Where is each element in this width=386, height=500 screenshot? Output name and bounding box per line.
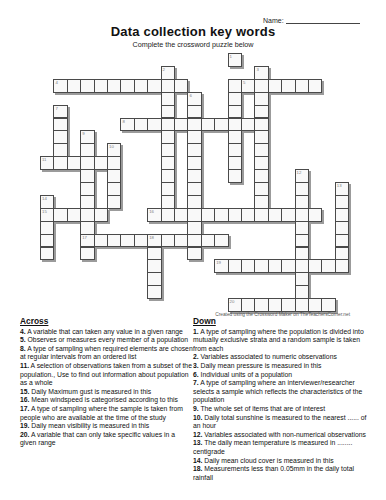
grid-cell[interactable]	[40, 234, 54, 248]
grid-cell[interactable]	[295, 259, 309, 273]
grid-cell[interactable]	[120, 234, 134, 248]
grid-cell[interactable]	[161, 105, 175, 119]
grid-cell[interactable]	[120, 79, 134, 93]
clue-item: 19. Daily mean visibility is measured in…	[20, 422, 193, 431]
grid-cell[interactable]	[335, 234, 349, 248]
grid-cell[interactable]	[80, 79, 94, 93]
clue-item: 7. A type of sampling where an interview…	[193, 379, 373, 405]
grid-cell[interactable]	[268, 259, 282, 273]
grid-cell[interactable]	[295, 247, 309, 261]
grid-cell[interactable]	[295, 221, 309, 235]
down-clues-section: Down 1. A type of sampling where the pop…	[193, 317, 373, 482]
grid-cell[interactable]	[254, 259, 268, 273]
cell-number: 3	[256, 67, 258, 72]
grid-cell[interactable]	[94, 79, 108, 93]
grid-cell[interactable]	[187, 156, 201, 170]
grid-cell[interactable]	[254, 105, 268, 119]
grid-cell[interactable]	[174, 208, 188, 222]
clue-item: 2. Variables associated to numeric obser…	[193, 353, 373, 362]
grid-cell[interactable]: 5	[241, 79, 255, 93]
grid-cell[interactable]: 7	[53, 105, 67, 119]
grid-cell[interactable]: 19	[214, 259, 228, 273]
worksheet-page: Name: Data collection key words Complete…	[0, 0, 386, 500]
grid-cell[interactable]	[80, 169, 94, 183]
grid-cell[interactable]	[281, 208, 295, 222]
grid-cell[interactable]	[161, 169, 175, 183]
cell-number: 5	[243, 80, 245, 85]
page-title: Data collection key words	[0, 24, 386, 39]
grid-cell[interactable]	[80, 143, 94, 157]
grid-cell[interactable]	[187, 208, 201, 222]
clue-item: 3. Daily mean pressure is measured in th…	[193, 362, 373, 371]
clue-item: 10. Daily total sunshine is measured to …	[193, 414, 373, 431]
grid-cell[interactable]	[281, 298, 295, 312]
grid-cell[interactable]	[80, 195, 94, 209]
grid-cell[interactable]	[295, 234, 309, 248]
grid-cell[interactable]	[254, 156, 268, 170]
across-heading: Across	[20, 317, 193, 326]
across-clues-section: Across 4. A variable that can taken any …	[20, 317, 193, 448]
grid-cell[interactable]	[335, 247, 349, 261]
grid-cell[interactable]	[335, 195, 349, 209]
grid-cell[interactable]	[94, 156, 108, 170]
grid-cell[interactable]	[80, 208, 94, 222]
grid-cell[interactable]	[214, 208, 228, 222]
grid-cell[interactable]	[134, 118, 148, 132]
grid-cell[interactable]: 11	[40, 156, 54, 170]
grid-cell[interactable]: 9	[80, 130, 94, 144]
clue-list-down: 1. A type of sampling where the populati…	[193, 328, 373, 483]
grid-cell[interactable]	[228, 169, 242, 183]
grid-cell[interactable]	[201, 208, 215, 222]
grid-cell[interactable]	[295, 208, 309, 222]
grid-cell[interactable]	[107, 234, 121, 248]
grid-cell[interactable]	[134, 79, 148, 93]
grid-cell[interactable]	[147, 259, 161, 273]
grid-cell[interactable]	[254, 79, 268, 93]
grid-cell[interactable]	[214, 118, 228, 132]
clue-item: 5. Observes or measures every member of …	[20, 336, 193, 345]
grid-cell[interactable]	[295, 285, 309, 299]
grid-cell[interactable]	[308, 259, 322, 273]
grid-cell[interactable]: 13	[335, 182, 349, 196]
grid-cell[interactable]	[187, 169, 201, 183]
grid-cell[interactable]	[187, 234, 201, 248]
grid-cell[interactable]	[268, 79, 282, 93]
grid-cell[interactable]	[228, 156, 242, 170]
grid-cell[interactable]: 6	[187, 92, 201, 106]
cell-number: 6	[189, 93, 191, 98]
grid-cell[interactable]	[67, 79, 81, 93]
grid-cell[interactable]	[308, 79, 322, 93]
cell-number: 1	[230, 54, 232, 59]
grid-cell[interactable]	[161, 118, 175, 132]
grid-cell[interactable]	[80, 247, 94, 261]
grid-cell[interactable]	[254, 298, 268, 312]
clue-item: 6. Individual units of a population	[193, 371, 373, 380]
grid-cell[interactable]	[161, 208, 175, 222]
cell-number: 13	[337, 183, 342, 188]
grid-cell[interactable]	[228, 92, 242, 106]
grid-cell[interactable]	[53, 130, 67, 144]
grid-cell[interactable]: 1	[228, 53, 242, 67]
grid-cell[interactable]: 18	[147, 234, 161, 248]
grid-cell[interactable]	[67, 156, 81, 170]
grid-cell[interactable]	[254, 208, 268, 222]
grid-cell[interactable]	[161, 156, 175, 170]
grid-cell[interactable]: 8	[120, 118, 134, 132]
grid-cell[interactable]	[308, 208, 322, 222]
clue-item: 18. Measurements less than 0.05mm in the…	[193, 465, 373, 482]
grid-cell[interactable]: 15	[40, 208, 54, 222]
grid-cell[interactable]	[67, 208, 81, 222]
grid-cell[interactable]	[335, 221, 349, 235]
grid-cell[interactable]	[228, 130, 242, 144]
cell-number: 20	[230, 299, 235, 304]
grid-cell[interactable]	[53, 208, 67, 222]
grid-cell[interactable]	[80, 221, 94, 235]
grid-cell[interactable]	[174, 234, 188, 248]
cell-number: 16	[149, 209, 154, 214]
grid-cell[interactable]	[40, 247, 54, 261]
grid-cell[interactable]	[174, 118, 188, 132]
grid-cell[interactable]	[254, 92, 268, 106]
grid-cell[interactable]	[335, 259, 349, 273]
grid-cell[interactable]	[107, 169, 121, 183]
grid-cell[interactable]	[134, 234, 148, 248]
grid-cell[interactable]	[80, 182, 94, 196]
grid-cell[interactable]	[295, 272, 309, 286]
grid-cell[interactable]	[94, 208, 108, 222]
clue-item: 14. Daily mean cloud cover is measured i…	[193, 457, 373, 466]
grid-cell[interactable]	[147, 79, 161, 93]
grid-cell[interactable]: 20	[228, 298, 242, 312]
grid-cell[interactable]	[161, 79, 175, 93]
grid-cell[interactable]	[241, 208, 255, 222]
grid-cell[interactable]	[228, 143, 242, 157]
grid-cell[interactable]	[268, 298, 282, 312]
grid-cell[interactable]: 4	[53, 79, 67, 93]
grid-cell[interactable]	[107, 79, 121, 93]
grid-cell[interactable]	[161, 130, 175, 144]
cell-number: 15	[42, 209, 47, 214]
clue-item: 16. Mean windspeed is categorised accord…	[20, 396, 193, 405]
grid-cell[interactable]: 10	[107, 143, 121, 157]
grid-cell[interactable]	[228, 79, 242, 93]
grid-cell[interactable]	[161, 234, 175, 248]
grid-cell[interactable]	[107, 156, 121, 170]
grid-cell[interactable]	[187, 221, 201, 235]
grid-cell[interactable]	[321, 259, 335, 273]
grid-cell[interactable]	[281, 79, 295, 93]
grid-cell[interactable]: 2	[161, 66, 175, 80]
clue-item: 11. A selection of observations taken fr…	[20, 362, 193, 388]
grid-cell[interactable]	[201, 234, 215, 248]
grid-cell[interactable]	[107, 182, 121, 196]
grid-cell[interactable]	[321, 298, 335, 312]
grid-cell[interactable]	[147, 272, 161, 286]
grid-cell[interactable]	[161, 182, 175, 196]
grid-cell[interactable]	[295, 195, 309, 209]
grid-cell[interactable]	[161, 143, 175, 157]
grid-cell[interactable]	[147, 118, 161, 132]
grid-cell[interactable]	[295, 182, 309, 196]
grid-cell[interactable]	[147, 285, 161, 299]
grid-cell[interactable]	[80, 156, 94, 170]
grid-cell[interactable]	[254, 118, 268, 132]
cell-number: 7	[55, 106, 57, 111]
grid-cell[interactable]	[228, 259, 242, 273]
grid-cell[interactable]	[308, 298, 322, 312]
grid-cell[interactable]	[53, 156, 67, 170]
grid-cell[interactable]	[241, 118, 255, 132]
clue-item: 12. Variables associated with non-numeri…	[193, 431, 373, 440]
grid-cell[interactable]	[281, 259, 295, 273]
grid-cell[interactable]	[268, 208, 282, 222]
crossword-grid: 1234567891011121314151617181920	[40, 53, 350, 313]
cell-number: 12	[297, 170, 302, 175]
grid-cell[interactable]	[174, 79, 188, 93]
grid-cell[interactable]	[94, 234, 108, 248]
cell-number: 2	[163, 67, 165, 72]
grid-cell[interactable]	[201, 118, 215, 132]
grid-cell[interactable]	[187, 105, 201, 119]
grid-cell[interactable]	[254, 195, 268, 209]
grid-cell[interactable]	[228, 208, 242, 222]
clue-item: 13. The daily mean temperature is measur…	[193, 439, 373, 456]
cell-number: 8	[122, 119, 124, 124]
cell-number: 14	[42, 196, 47, 201]
grid-cell[interactable]	[295, 79, 309, 93]
grid-cell[interactable]	[254, 169, 268, 183]
grid-cell[interactable]: 17	[80, 234, 94, 248]
grid-cell[interactable]: 16	[147, 208, 161, 222]
grid-cell[interactable]	[107, 195, 121, 209]
grid-cell[interactable]: 14	[40, 195, 54, 209]
cell-number: 17	[82, 235, 87, 240]
cell-number: 4	[55, 80, 57, 85]
clue-list-across: 4. A variable that can taken any value i…	[20, 328, 193, 448]
grid-cell[interactable]	[335, 208, 349, 222]
clue-item: 15. Daily Maximum gust is measured in th…	[20, 388, 193, 397]
grid-cell[interactable]	[228, 105, 242, 119]
grid-cell[interactable]	[241, 259, 255, 273]
grid-cell[interactable]	[53, 118, 67, 132]
grid-cell[interactable]	[187, 247, 201, 261]
grid-cell[interactable]	[241, 298, 255, 312]
grid-cell[interactable]	[254, 143, 268, 157]
grid-cell[interactable]	[187, 130, 201, 144]
name-label: Name:	[263, 17, 284, 24]
page-subtitle: Complete the crossword puzzle below	[0, 40, 386, 49]
clue-item: 9. The whole set of items that are of in…	[193, 405, 373, 414]
grid-cell[interactable]	[214, 234, 228, 248]
clue-item: 4. A variable that can taken any value i…	[20, 328, 193, 337]
clue-item: 17. A type of sampling where the sample …	[20, 405, 193, 422]
cell-number: 10	[109, 144, 114, 149]
grid-cell[interactable]	[161, 92, 175, 106]
cell-number: 9	[82, 131, 84, 136]
grid-cell[interactable]	[295, 298, 309, 312]
grid-cell[interactable]	[228, 118, 242, 132]
grid-cell[interactable]	[187, 118, 201, 132]
down-heading: Down	[193, 317, 373, 326]
grid-cell[interactable]	[161, 195, 175, 209]
grid-cell[interactable]	[187, 182, 201, 196]
grid-cell[interactable]	[40, 221, 54, 235]
clue-item: 20. A variable that can only take specif…	[20, 431, 193, 448]
clue-item: 1. A type of sampling where the populati…	[193, 328, 373, 354]
grid-cell[interactable]	[187, 143, 201, 157]
grid-cell[interactable]	[147, 247, 161, 261]
cell-number: 11	[42, 157, 46, 162]
cell-number: 19	[216, 260, 221, 265]
cell-number: 18	[149, 235, 154, 240]
grid-cell[interactable]: 3	[254, 66, 268, 80]
grid-cell[interactable]	[53, 143, 67, 157]
grid-cell[interactable]: 12	[295, 169, 309, 183]
grid-cell[interactable]	[254, 182, 268, 196]
grid-cell[interactable]	[187, 195, 201, 209]
clue-item: 8. A type of sampling when required elem…	[20, 345, 193, 362]
grid-cell[interactable]	[254, 130, 268, 144]
name-field: Name:	[263, 16, 360, 24]
name-input-line[interactable]	[286, 16, 360, 24]
